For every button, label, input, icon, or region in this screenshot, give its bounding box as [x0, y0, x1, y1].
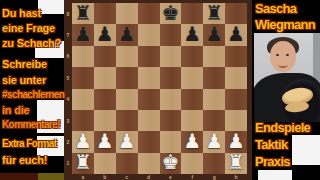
square-b3 — [94, 110, 116, 131]
right-panel: Sascha Wiegmann Endspiele Taktik Praxis — [252, 0, 320, 180]
square-h8 — [225, 3, 247, 24]
square-e2 — [160, 131, 182, 152]
square-b8 — [94, 3, 116, 24]
square-h6 — [225, 46, 247, 67]
white-rook-h1: ♜ — [227, 153, 245, 173]
square-h5 — [225, 67, 247, 88]
question-line-3: zu Schach? — [2, 37, 61, 49]
checker-white-square — [292, 135, 320, 165]
cta-line-4: Kommentare! — [2, 119, 60, 130]
chess-board: ♜♚♜♟♟♟♟♟♟♟♟♟♟♟♟♜♚♜ 87654321 abcdefgh — [64, 0, 252, 180]
file-labels: abcdefgh — [72, 174, 247, 180]
square-c1 — [116, 153, 138, 174]
extra-format-line-1: Extra Format — [2, 138, 57, 149]
white-king-e1: ♚ — [161, 153, 179, 173]
square-f8 — [181, 3, 203, 24]
file-label-a: a — [72, 174, 94, 180]
black-pawn-f7: ♟ — [183, 24, 201, 44]
square-c2: ♟ — [116, 131, 138, 152]
square-b5 — [94, 67, 116, 88]
square-c4 — [116, 89, 138, 110]
board-grid: ♜♚♜♟♟♟♟♟♟♟♟♟♟♟♟♜♚♜ — [72, 3, 247, 174]
square-f1 — [181, 153, 203, 174]
rank-label-4: 4 — [64, 89, 72, 110]
square-g2: ♟ — [203, 131, 225, 152]
square-d8 — [138, 3, 160, 24]
presenter-eye — [276, 54, 279, 56]
black-pawn-b7: ♟ — [96, 24, 114, 44]
square-e5 — [160, 67, 182, 88]
square-c8 — [116, 3, 138, 24]
square-h3 — [225, 110, 247, 131]
square-g7: ♟ — [203, 24, 225, 45]
square-c7: ♟ — [116, 24, 138, 45]
square-e6 — [160, 46, 182, 67]
square-c3 — [116, 110, 138, 131]
square-g3 — [203, 110, 225, 131]
white-pawn-a2: ♟ — [74, 131, 92, 151]
square-g6 — [203, 46, 225, 67]
square-g4 — [203, 89, 225, 110]
square-e4 — [160, 89, 182, 110]
file-label-b: b — [94, 174, 116, 180]
rank-label-2: 2 — [64, 131, 72, 152]
square-e3 — [160, 110, 182, 131]
topic-taktik: Taktik — [255, 137, 287, 152]
rank-label-8: 8 — [64, 3, 72, 24]
square-f6 — [181, 46, 203, 67]
presenter-smile — [278, 61, 288, 68]
hashtag-line: #schachlernen — [2, 89, 64, 100]
square-c6 — [116, 46, 138, 67]
question-line-1: Du hast — [2, 7, 41, 19]
question-line-2: eine Frage — [2, 22, 55, 34]
white-pawn-g2: ♟ — [205, 131, 223, 151]
square-d4 — [138, 89, 160, 110]
square-a2: ♟ — [72, 131, 94, 152]
square-d7 — [138, 24, 160, 45]
video-thumbnail: ♜♚♜♟♟♟♟♟♟♟♟♟♟♟♟♜♚♜ 87654321 abcdefgh Du … — [0, 0, 320, 180]
cta-line-2: sie unter — [2, 74, 46, 86]
black-rook-a8: ♜ — [74, 3, 92, 23]
square-f4 — [181, 89, 203, 110]
square-g1 — [203, 153, 225, 174]
square-f5 — [181, 67, 203, 88]
square-f3 — [181, 110, 203, 131]
square-a4 — [72, 89, 94, 110]
white-pawn-f2: ♟ — [183, 131, 201, 151]
square-g5 — [203, 67, 225, 88]
checker-white-square — [38, 0, 64, 14]
topic-praxis: Praxis — [255, 154, 290, 169]
file-label-c: c — [116, 174, 138, 180]
square-h7: ♟ — [225, 24, 247, 45]
rank-label-7: 7 — [64, 24, 72, 45]
square-b7: ♟ — [94, 24, 116, 45]
white-pawn-b2: ♟ — [96, 131, 114, 151]
square-d6 — [138, 46, 160, 67]
file-label-d: d — [138, 174, 160, 180]
square-f7: ♟ — [181, 24, 203, 45]
square-h1: ♜ — [225, 153, 247, 174]
cta-line-1: Schreibe — [2, 58, 47, 70]
file-label-f: f — [181, 174, 203, 180]
square-e7 — [160, 24, 182, 45]
square-b2: ♟ — [94, 131, 116, 152]
square-a3 — [72, 110, 94, 131]
bottom-olive-strip — [38, 173, 64, 180]
bottom-maroon-strip — [0, 173, 38, 180]
square-b1 — [94, 153, 116, 174]
square-d2 — [138, 131, 160, 152]
white-pawn-c2: ♟ — [118, 131, 136, 151]
square-a7: ♟ — [72, 24, 94, 45]
square-d5 — [138, 67, 160, 88]
file-label-g: g — [203, 174, 225, 180]
file-label-e: e — [160, 174, 182, 180]
square-h4 — [225, 89, 247, 110]
rank-label-6: 6 — [64, 46, 72, 67]
rank-label-3: 3 — [64, 110, 72, 131]
square-a6 — [72, 46, 94, 67]
black-king-e8: ♚ — [161, 3, 179, 23]
rank-label-1: 1 — [64, 153, 72, 174]
topic-endspiele: Endspiele — [255, 120, 310, 135]
checker-white-square — [258, 170, 292, 180]
square-c5 — [116, 67, 138, 88]
square-d3 — [138, 110, 160, 131]
square-b4 — [94, 89, 116, 110]
black-pawn-c7: ♟ — [118, 24, 136, 44]
black-pawn-g7: ♟ — [205, 24, 223, 44]
extra-format-line-2: für euch! — [2, 154, 47, 166]
square-e8: ♚ — [160, 3, 182, 24]
square-b6 — [94, 46, 116, 67]
white-pawn-h2: ♟ — [227, 131, 245, 151]
square-a5 — [72, 67, 94, 88]
square-d1 — [138, 153, 160, 174]
square-a1: ♜ — [72, 153, 94, 174]
square-a8: ♜ — [72, 3, 94, 24]
square-h2: ♟ — [225, 131, 247, 152]
square-g8: ♜ — [203, 3, 225, 24]
presenter-first-name: Sascha — [255, 1, 296, 16]
left-text-panel: Du hast eine Frage zu Schach? Schreibe s… — [0, 0, 64, 180]
cta-line-3: in die — [2, 104, 30, 116]
black-rook-g8: ♜ — [205, 3, 223, 23]
presenter-last-name: Wiegmann — [255, 17, 315, 32]
rank-labels: 87654321 — [64, 3, 72, 174]
webcam-video — [254, 33, 320, 122]
square-e1: ♚ — [160, 153, 182, 174]
square-f2: ♟ — [181, 131, 203, 152]
white-rook-a1: ♜ — [74, 153, 92, 173]
file-label-h: h — [225, 174, 247, 180]
rank-label-5: 5 — [64, 67, 72, 88]
black-pawn-a7: ♟ — [74, 24, 92, 44]
presenter-eye — [286, 54, 289, 56]
black-pawn-h7: ♟ — [227, 24, 245, 44]
